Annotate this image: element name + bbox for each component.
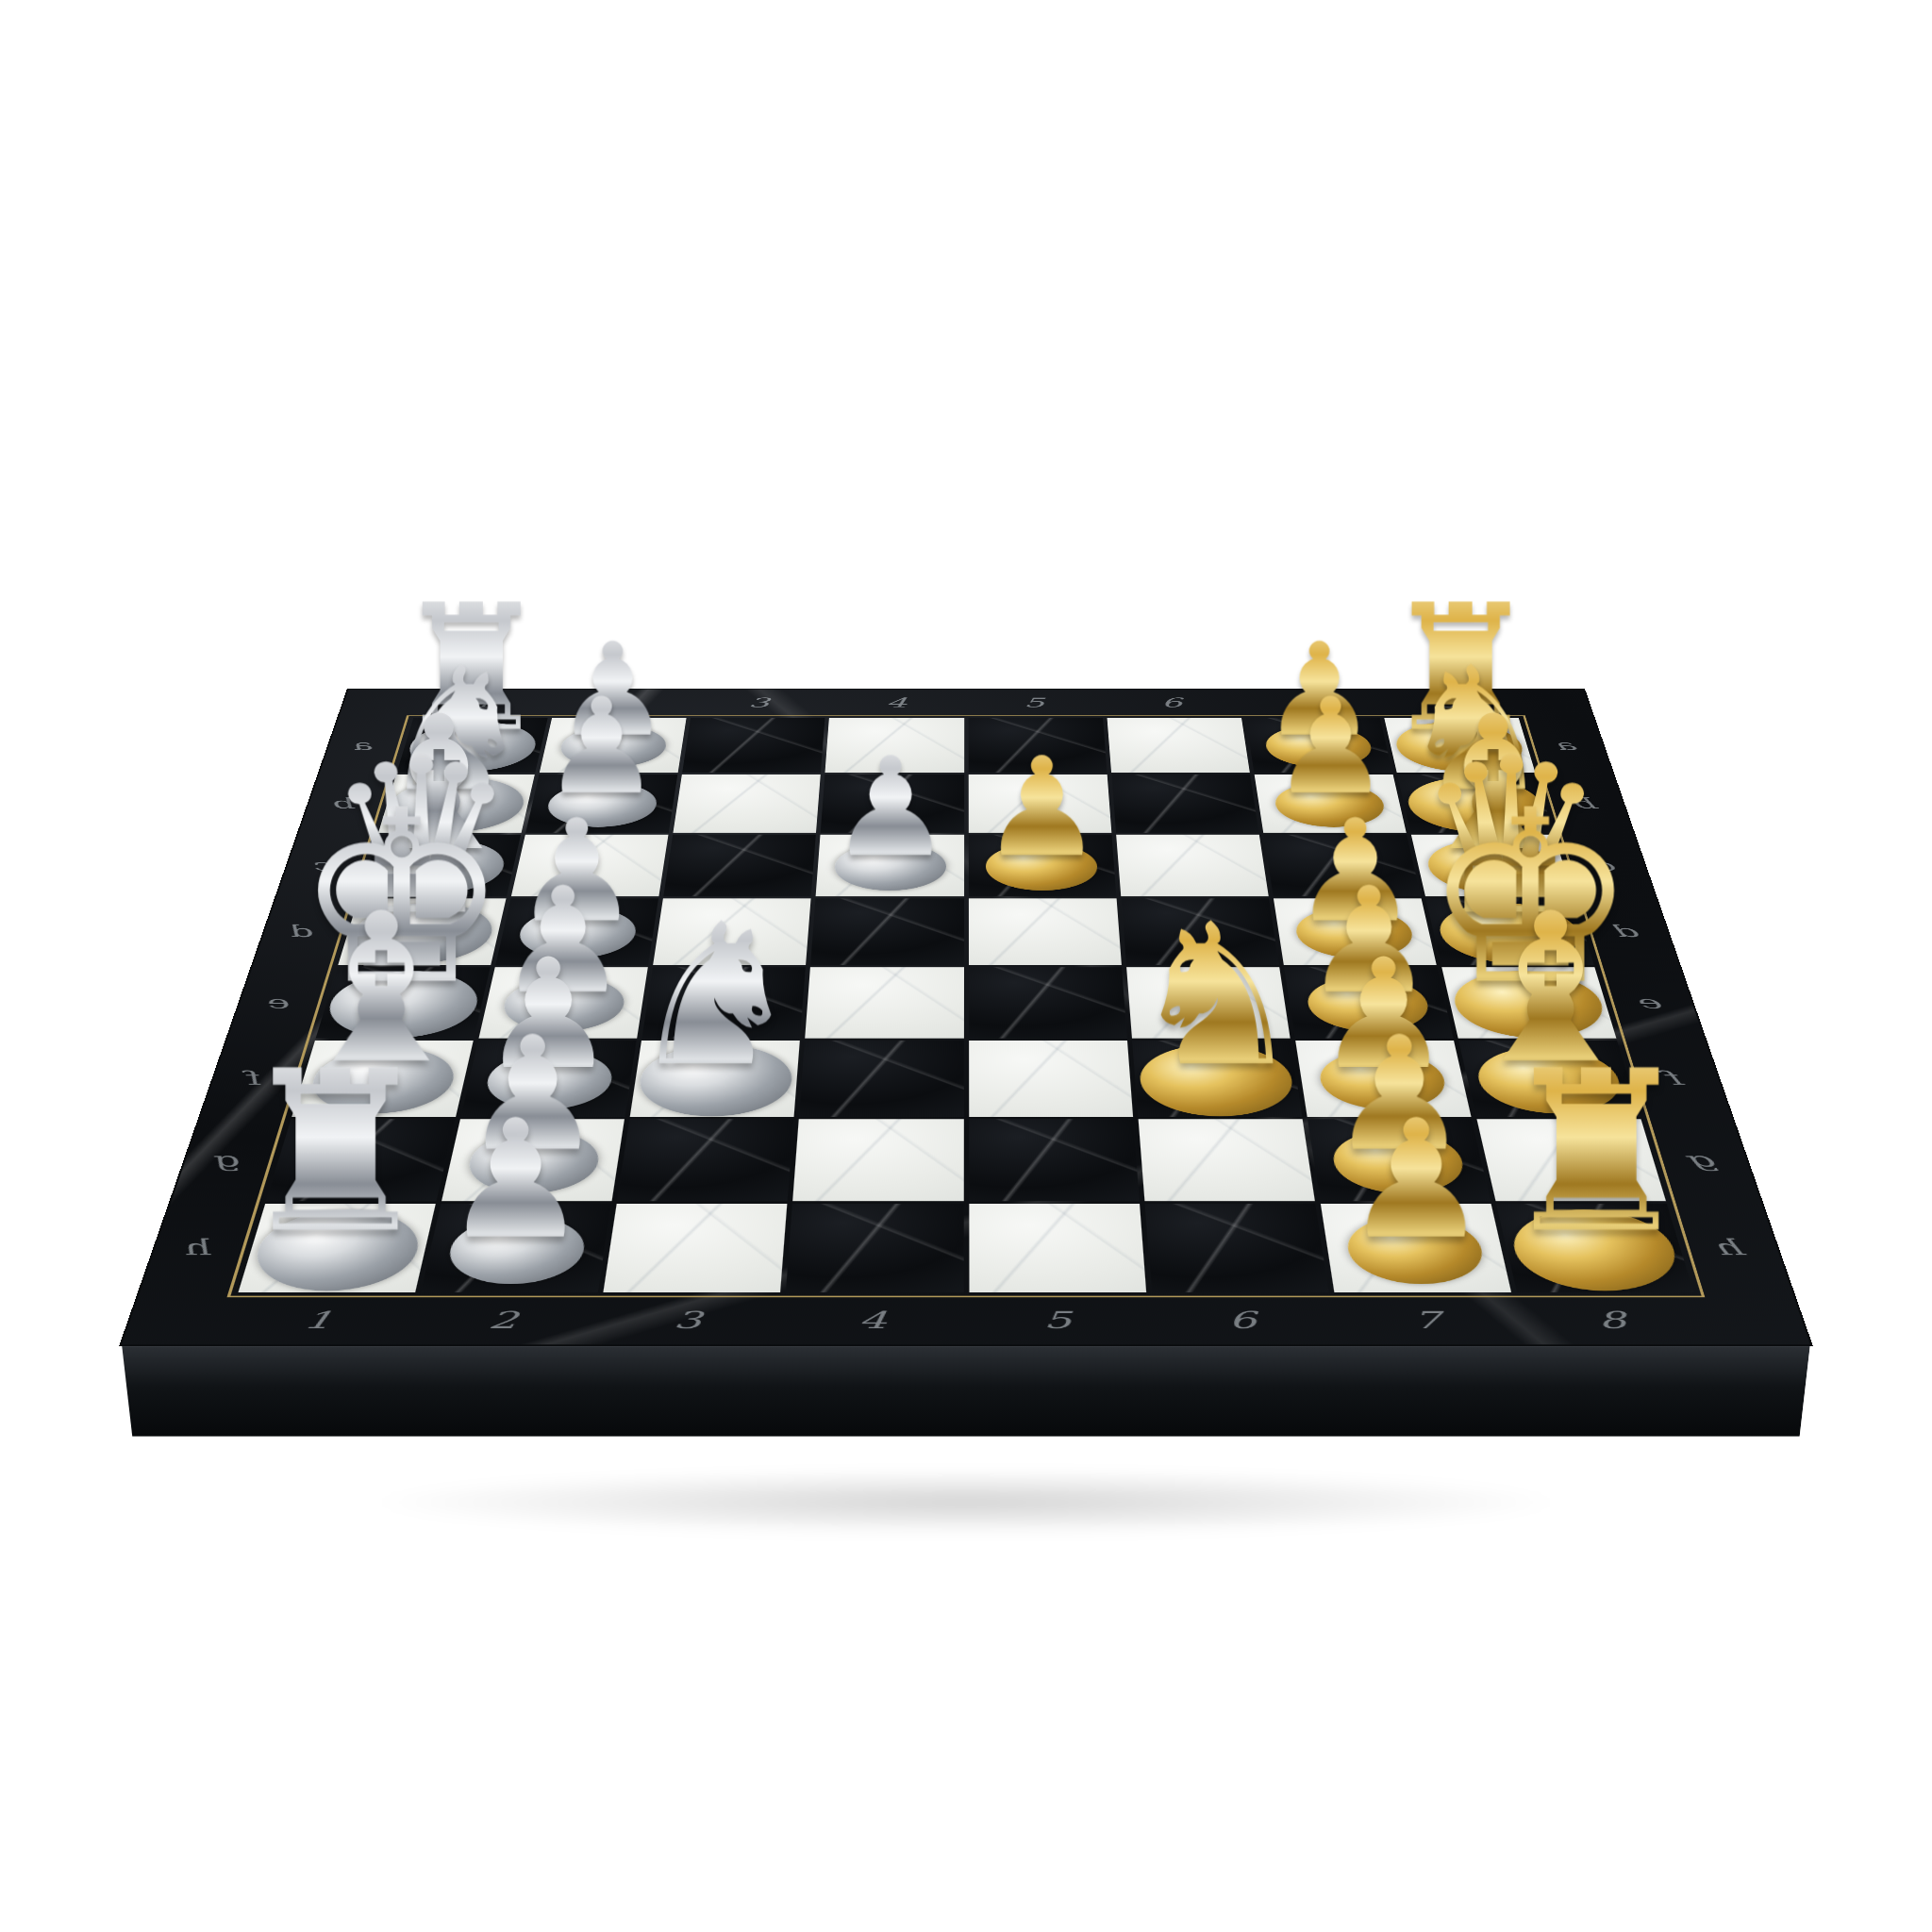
coord-far-7: 7 (1297, 695, 1323, 710)
coord-far-6: 6 (1160, 695, 1185, 710)
board-front-edge (122, 1344, 1810, 1436)
gold-pawn-base-c5 (985, 843, 1098, 891)
square-g6 (1138, 1119, 1314, 1201)
pawn-glyph: ♟ (1342, 1085, 1490, 1275)
pawn-glyph: ♟ (1261, 615, 1376, 765)
square-b7 (1254, 774, 1406, 833)
silver-pawn-h2: ♟ (442, 1103, 590, 1258)
square-b6 (1111, 774, 1258, 833)
rook-glyph: ♜ (1497, 1024, 1696, 1282)
silver-pawn-base-c4 (834, 843, 947, 891)
knight-glyph: ♞ (1128, 881, 1304, 1109)
pawn-glyph: ♟ (442, 1085, 590, 1275)
pawn-glyph: ♟ (829, 727, 952, 887)
scene: 1234567812345678abcdefghabcdefgh♜♞♝♛♚♝♜♟… (0, 0, 1932, 1932)
coord-near-7: 7 (1410, 1307, 1446, 1333)
silver-rook-h1: ♜ (236, 1048, 435, 1259)
coord-near-6: 6 (1226, 1307, 1259, 1333)
square-e5 (969, 967, 1127, 1038)
square-a5 (968, 718, 1107, 773)
square-b4 (821, 774, 964, 833)
gold-pawn-a7: ♟ (1261, 630, 1376, 752)
coord-near-2: 2 (487, 1307, 523, 1333)
square-c4 (816, 835, 964, 897)
coord-left-h: h (181, 1235, 219, 1260)
coord-near-3: 3 (672, 1307, 705, 1333)
silver-rook-a1: ♜ (393, 587, 550, 752)
square-a7 (1245, 718, 1392, 773)
pawn-glyph: ♟ (1271, 670, 1390, 824)
square-f5 (969, 1041, 1133, 1117)
square-a4 (825, 718, 964, 773)
gold-pawn-base-a7 (1262, 725, 1374, 767)
gold-pawn-base-b7 (1272, 783, 1388, 827)
silver-pawn-b2: ♟ (542, 685, 661, 810)
coord-far-2: 2 (609, 695, 635, 710)
square-d5 (968, 899, 1121, 965)
square-f4 (799, 1041, 963, 1117)
square-a6 (1107, 718, 1249, 773)
square-b2 (525, 774, 677, 833)
silver-knight-f3: ♞ (627, 902, 803, 1088)
coord-far-1: 1 (472, 695, 498, 710)
coord-near-4: 4 (858, 1307, 889, 1333)
rook-glyph: ♜ (393, 568, 550, 771)
coord-near-5: 5 (1042, 1307, 1074, 1333)
gold-pawn-b7: ♟ (1271, 685, 1390, 810)
coord-near-8: 8 (1594, 1307, 1632, 1333)
square-a2 (540, 718, 687, 773)
coord-right-h: h (1712, 1235, 1750, 1260)
gold-rook-h8: ♜ (1497, 1048, 1696, 1259)
coord-near-1: 1 (301, 1307, 339, 1333)
square-h4 (786, 1204, 963, 1292)
gold-pawn-c5: ♟ (980, 742, 1103, 873)
gold-knight-f6: ♞ (1128, 902, 1304, 1088)
chess-board: 1234567812345678abcdefghabcdefgh♜♞♝♛♚♝♜♟… (122, 690, 1810, 1345)
pawn-glyph: ♟ (542, 670, 661, 824)
coord-right-a: a (1554, 738, 1580, 753)
coord-far-3: 3 (747, 695, 772, 710)
square-g3 (617, 1119, 793, 1201)
square-b5 (968, 774, 1111, 833)
coord-far-8: 8 (1434, 695, 1460, 710)
product-photo: 1234567812345678abcdefghabcdefgh♜♞♝♛♚♝♜♟… (0, 0, 1932, 1932)
square-c5 (968, 835, 1116, 897)
rook-glyph: ♜ (236, 1024, 435, 1282)
square-d4 (810, 899, 963, 965)
silver-pawn-c4: ♟ (829, 742, 952, 873)
square-h3 (604, 1204, 788, 1292)
silver-pawn-base-b2 (543, 783, 659, 827)
pawn-glyph: ♟ (980, 727, 1103, 887)
square-g5 (969, 1119, 1140, 1201)
silver-pawn-base-a2 (557, 725, 669, 767)
coord-far-5: 5 (1024, 695, 1047, 710)
rook-glyph: ♜ (1383, 568, 1540, 771)
coord-far-4: 4 (886, 695, 909, 710)
knight-glyph: ♞ (627, 881, 803, 1109)
square-e4 (806, 967, 964, 1038)
square-h5 (969, 1204, 1146, 1292)
square-g4 (793, 1119, 964, 1201)
square-h6 (1144, 1204, 1328, 1292)
square-a3 (682, 718, 824, 773)
square-b3 (674, 774, 821, 833)
gold-pawn-h7: ♟ (1342, 1103, 1490, 1258)
pawn-glyph: ♟ (556, 615, 671, 765)
gold-rook-a8: ♜ (1383, 587, 1540, 752)
coord-left-a: a (351, 738, 377, 753)
silver-pawn-a2: ♟ (556, 630, 671, 752)
